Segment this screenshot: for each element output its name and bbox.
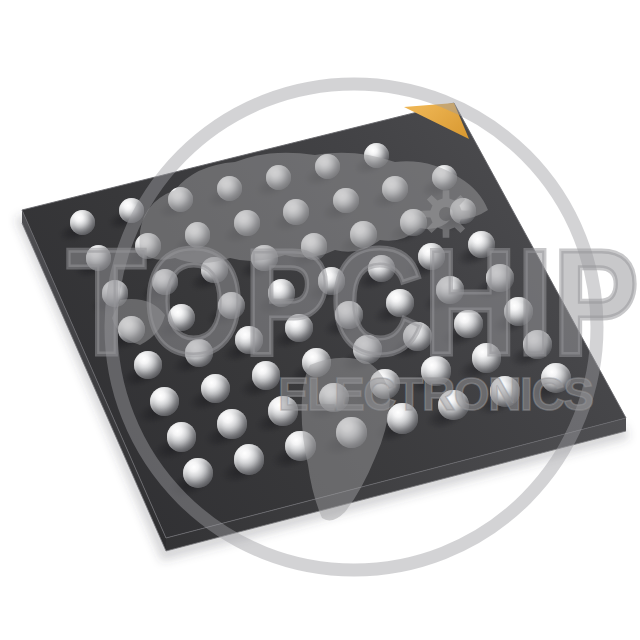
- product-photo: TOPCHIP ELECTRONICS: [0, 0, 640, 640]
- watermark-title: TOPCHIP: [67, 218, 639, 386]
- watermark-subtitle: ELECTRONICS: [278, 368, 594, 420]
- watermark: TOPCHIP ELECTRONICS: [0, 0, 640, 640]
